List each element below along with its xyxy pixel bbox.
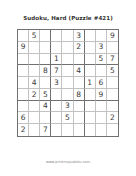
sudoku-cell-r6c3: 5 xyxy=(40,89,51,101)
sudoku-cell-r8c1: 6 xyxy=(18,112,29,124)
sudoku-cell-r6c9 xyxy=(107,89,118,101)
sudoku-cell-r2c6: 2 xyxy=(74,42,85,54)
sudoku-cell-r9c7 xyxy=(85,124,96,136)
sudoku-cell-r9c6 xyxy=(74,124,85,136)
sudoku-cell-r1c1 xyxy=(18,30,29,42)
sudoku-cell-r7c9 xyxy=(107,101,118,113)
sudoku-cell-r9c3: 7 xyxy=(40,124,51,136)
sudoku-cell-r9c1: 2 xyxy=(18,124,29,136)
sudoku-cell-r4c3: 8 xyxy=(40,65,51,77)
sudoku-cell-r1c4 xyxy=(51,30,62,42)
sudoku-cell-r8c7 xyxy=(85,112,96,124)
sudoku-cell-r4c4: 7 xyxy=(51,65,62,77)
sudoku-cell-r7c3: 4 xyxy=(40,101,51,113)
sudoku-cell-r7c6 xyxy=(74,101,85,113)
sudoku-cell-r7c2 xyxy=(29,101,40,113)
sudoku-cell-r5c9 xyxy=(107,77,118,89)
footer-url: www.printmysudoku.com xyxy=(0,160,136,164)
sudoku-cell-r3c6 xyxy=(74,54,85,66)
sudoku-cell-r9c5 xyxy=(62,124,73,136)
sudoku-cell-r5c3 xyxy=(40,77,51,89)
sudoku-cell-r1c3 xyxy=(40,30,51,42)
sudoku-cell-r8c3 xyxy=(40,112,51,124)
sudoku-cell-r3c3 xyxy=(40,54,51,66)
sudoku-cell-r5c6 xyxy=(74,77,85,89)
sudoku-cell-r3c4: 1 xyxy=(51,54,62,66)
sudoku-cell-r6c5 xyxy=(62,89,73,101)
sudoku-cell-r4c5 xyxy=(62,65,73,77)
sudoku-cell-r1c5 xyxy=(62,30,73,42)
sudoku-board: 5399231578745431625894365227 xyxy=(17,29,119,137)
sudoku-cell-r7c7 xyxy=(85,101,96,113)
sudoku-cell-r6c7 xyxy=(85,89,96,101)
sudoku-cell-r1c9: 9 xyxy=(107,30,118,42)
sudoku-cell-r8c6 xyxy=(74,112,85,124)
sudoku-cell-r2c8: 3 xyxy=(96,42,107,54)
sudoku-cell-r2c4 xyxy=(51,42,62,54)
sudoku-cell-r9c2 xyxy=(29,124,40,136)
sudoku-cell-r9c4 xyxy=(51,124,62,136)
sudoku-cell-r2c1: 9 xyxy=(18,42,29,54)
sudoku-cell-r7c8 xyxy=(96,101,107,113)
sudoku-cell-r6c6: 8 xyxy=(74,89,85,101)
sudoku-cell-r3c9: 7 xyxy=(107,54,118,66)
sudoku-cell-r4c1 xyxy=(18,65,29,77)
sudoku-cell-r7c1 xyxy=(18,101,29,113)
sudoku-cell-r3c1 xyxy=(18,54,29,66)
sudoku-cell-r6c8: 9 xyxy=(96,89,107,101)
sudoku-cell-r5c1 xyxy=(18,77,29,89)
sudoku-cell-r4c6: 4 xyxy=(74,65,85,77)
sudoku-cell-r7c5: 3 xyxy=(62,101,73,113)
sudoku-cell-r1c6: 3 xyxy=(74,30,85,42)
sudoku-cell-r1c8 xyxy=(96,30,107,42)
sudoku-cell-r8c5: 5 xyxy=(62,112,73,124)
sudoku-cell-r3c7 xyxy=(85,54,96,66)
page-title: Sudoku, Hard (Puzzle #421) xyxy=(0,15,136,21)
sudoku-cell-r6c1 xyxy=(18,89,29,101)
sudoku-cell-r1c2: 5 xyxy=(29,30,40,42)
sudoku-cell-r8c4 xyxy=(51,112,62,124)
sudoku-cell-r5c5 xyxy=(62,77,73,89)
sudoku-cell-r3c8: 5 xyxy=(96,54,107,66)
sudoku-cell-r5c8: 6 xyxy=(96,77,107,89)
sudoku-cell-r6c2: 2 xyxy=(29,89,40,101)
sudoku-page: Sudoku, Hard (Puzzle #421) 5399231578745… xyxy=(0,0,136,176)
sudoku-cell-r9c9 xyxy=(107,124,118,136)
sudoku-cell-r5c4: 3 xyxy=(51,77,62,89)
sudoku-cell-r2c5 xyxy=(62,42,73,54)
sudoku-cell-r3c2 xyxy=(29,54,40,66)
sudoku-cell-r4c8 xyxy=(96,65,107,77)
sudoku-cell-r8c8 xyxy=(96,112,107,124)
sudoku-cell-r5c7: 1 xyxy=(85,77,96,89)
sudoku-cell-r6c4 xyxy=(51,89,62,101)
sudoku-cell-r2c3 xyxy=(40,42,51,54)
sudoku-cell-r2c7 xyxy=(85,42,96,54)
sudoku-cell-r2c9 xyxy=(107,42,118,54)
sudoku-cell-r9c8 xyxy=(96,124,107,136)
sudoku-cell-r2c2 xyxy=(29,42,40,54)
sudoku-cell-r8c2 xyxy=(29,112,40,124)
sudoku-cell-r5c2: 4 xyxy=(29,77,40,89)
sudoku-cell-r8c9: 2 xyxy=(107,112,118,124)
sudoku-cell-r7c4 xyxy=(51,101,62,113)
sudoku-cell-r4c9: 5 xyxy=(107,65,118,77)
sudoku-cell-r4c7 xyxy=(85,65,96,77)
sudoku-cell-r4c2 xyxy=(29,65,40,77)
sudoku-cell-r1c7 xyxy=(85,30,96,42)
sudoku-cell-r3c5 xyxy=(62,54,73,66)
